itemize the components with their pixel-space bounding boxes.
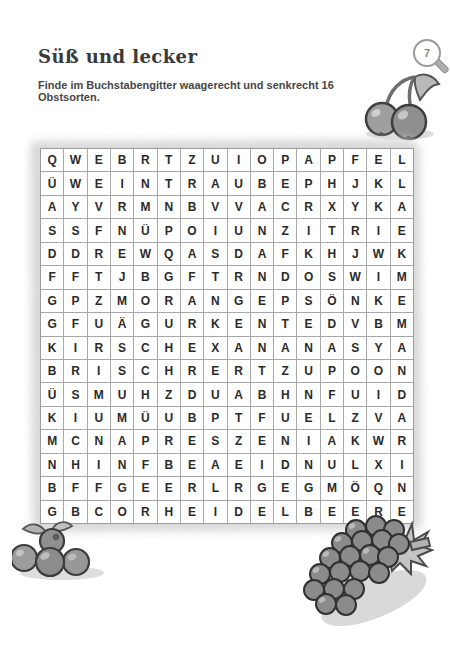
grid-cell-r11c12[interactable]: N (297, 383, 319, 405)
puzzle-instruction: Finde im Buchstabengitter waagerecht und… (38, 79, 368, 103)
grid-cell-r3c10[interactable]: A (251, 196, 273, 218)
grid-cell-r2c16[interactable]: L (391, 172, 413, 194)
cherries-illustration (356, 68, 446, 146)
grid-cell-r14c7[interactable]: E (181, 454, 203, 476)
grid-cell-r1c6[interactable]: T (158, 149, 180, 171)
grid-cell-r1c14[interactable]: F (344, 149, 366, 171)
grid-cell-r16c7[interactable]: E (181, 501, 203, 523)
grid-cell-r11c7[interactable]: D (181, 383, 203, 405)
grid-cell-r12c9[interactable]: T (228, 407, 250, 429)
grid-cell-r11c16[interactable]: D (391, 383, 413, 405)
grid-cell-r5c16[interactable]: K (391, 243, 413, 265)
grid-cell-r15c8[interactable]: L (204, 477, 226, 499)
grid-cell-r12c16[interactable]: A (391, 407, 413, 429)
grid-cell-r14c11[interactable]: D (274, 454, 296, 476)
grid-cell-r15c12[interactable]: G (297, 477, 319, 499)
grid-cell-r10c9[interactable]: R (228, 360, 250, 382)
grid-cell-r1c11[interactable]: P (274, 149, 296, 171)
grid-cell-r8c13[interactable]: D (321, 313, 343, 335)
grid-cell-r15c11[interactable]: E (274, 477, 296, 499)
grid-cell-r7c1[interactable]: G (41, 290, 63, 312)
grid-cell-r8c8[interactable]: K (204, 313, 226, 335)
grid-cell-r2c2[interactable]: W (64, 172, 86, 194)
grid-cell-r9c8[interactable]: X (204, 337, 226, 359)
grid-cell-r5c10[interactable]: A (251, 243, 273, 265)
grid-cell-r2c1[interactable]: Ü (41, 172, 63, 194)
grid-cell-r12c14[interactable]: Z (344, 407, 366, 429)
grid-cell-r1c5[interactable]: R (134, 149, 156, 171)
grid-cell-r15c13[interactable]: M (321, 477, 343, 499)
magnifier-icon: 7 (413, 39, 441, 67)
grid-cell-r15c16[interactable]: N (391, 477, 413, 499)
grid-cell-r3c4[interactable]: R (111, 196, 133, 218)
grid-cell-r9c9[interactable]: A (228, 337, 250, 359)
grid-cell-r11c10[interactable]: B (251, 383, 273, 405)
grid-cell-r9c15[interactable]: Y (367, 337, 389, 359)
grid-cell-r10c6[interactable]: H (158, 360, 180, 382)
grid-cell-r3c5[interactable]: M (134, 196, 156, 218)
grid-cell-r1c7[interactable]: Z (181, 149, 203, 171)
grid-cell-r10c4[interactable]: S (111, 360, 133, 382)
grid-cell-r2c5[interactable]: N (134, 172, 156, 194)
grid-cell-r9c2[interactable]: I (64, 337, 86, 359)
grid-cell-r5c6[interactable]: Q (158, 243, 180, 265)
grid-cell-r12c8[interactable]: P (204, 407, 226, 429)
grid-cell-r14c2[interactable]: H (64, 454, 86, 476)
grid-cell-r10c12[interactable]: U (297, 360, 319, 382)
grid-cell-r6c1[interactable]: F (41, 266, 63, 288)
grid-cell-r14c8[interactable]: A (204, 454, 226, 476)
grid-cell-r12c11[interactable]: U (274, 407, 296, 429)
grid-cell-r3c12[interactable]: R (297, 196, 319, 218)
grid-cell-r12c4[interactable]: M (111, 407, 133, 429)
grid-cell-r16c10[interactable]: E (251, 501, 273, 523)
grid-cell-r11c1[interactable]: Ü (41, 383, 63, 405)
grid-cell-r15c7[interactable]: R (181, 477, 203, 499)
grid-cell-r15c9[interactable]: R (228, 477, 250, 499)
grid-cell-r8c11[interactable]: T (274, 313, 296, 335)
grid-cell-r4c6[interactable]: P (158, 219, 180, 241)
grid-cell-r3c6[interactable]: N (158, 196, 180, 218)
grid-cell-r11c11[interactable]: H (274, 383, 296, 405)
grid-cell-r2c4[interactable]: I (111, 172, 133, 194)
grid-cell-r4c11[interactable]: Z (274, 219, 296, 241)
grid-cell-r7c3[interactable]: Z (88, 290, 110, 312)
grid-cell-r1c13[interactable]: P (321, 149, 343, 171)
grid-cell-r11c13[interactable]: F (321, 383, 343, 405)
grid-cell-r3c1[interactable]: A (41, 196, 63, 218)
grid-cell-r6c12[interactable]: O (297, 266, 319, 288)
grid-cell-r8c10[interactable]: N (251, 313, 273, 335)
grid-cell-r1c2[interactable]: W (64, 149, 86, 171)
grid-cell-r5c13[interactable]: H (321, 243, 343, 265)
grid-cell-r3c8[interactable]: V (204, 196, 226, 218)
grid-cell-r7c4[interactable]: M (111, 290, 133, 312)
grid-cell-r11c4[interactable]: U (111, 383, 133, 405)
grid-cell-r15c4[interactable]: G (111, 477, 133, 499)
grid-cell-r2c7[interactable]: R (181, 172, 203, 194)
grid-cell-r13c6[interactable]: R (158, 430, 180, 452)
grid-cell-r2c13[interactable]: H (321, 172, 343, 194)
grid-cell-r9c13[interactable]: A (321, 337, 343, 359)
grid-cell-r8c16[interactable]: M (391, 313, 413, 335)
grid-cell-r8c6[interactable]: U (158, 313, 180, 335)
grid-cell-r7c5[interactable]: O (134, 290, 156, 312)
grid-cell-r14c6[interactable]: B (158, 454, 180, 476)
grid-cell-r12c3[interactable]: U (88, 407, 110, 429)
grid-cell-r2c15[interactable]: K (367, 172, 389, 194)
grid-cell-r9c4[interactable]: S (111, 337, 133, 359)
grid-cell-r13c12[interactable]: I (297, 430, 319, 452)
grid-cell-r7c9[interactable]: G (228, 290, 250, 312)
grid-cell-r9c12[interactable]: N (297, 337, 319, 359)
grid-cell-r14c14[interactable]: L (344, 454, 366, 476)
grid-cell-r16c5[interactable]: R (134, 501, 156, 523)
grid-cell-r13c1[interactable]: M (41, 430, 63, 452)
grid-cell-r13c5[interactable]: P (134, 430, 156, 452)
grid-cell-r6c14[interactable]: W (344, 266, 366, 288)
grid-cell-r6c10[interactable]: N (251, 266, 273, 288)
grid-cell-r9c3[interactable]: R (88, 337, 110, 359)
grid-cell-r13c8[interactable]: S (204, 430, 226, 452)
grid-cell-r14c10[interactable]: I (251, 454, 273, 476)
grid-cell-r7c15[interactable]: K (367, 290, 389, 312)
grid-cell-r6c2[interactable]: F (64, 266, 86, 288)
grid-cell-r13c11[interactable]: N (274, 430, 296, 452)
grid-cell-r8c4[interactable]: Ä (111, 313, 133, 335)
grid-cell-r3c2[interactable]: Y (64, 196, 86, 218)
grid-cell-r5c15[interactable]: W (367, 243, 389, 265)
grid-cell-r10c2[interactable]: R (64, 360, 86, 382)
grid-cell-r1c10[interactable]: O (251, 149, 273, 171)
grid-cell-r7c6[interactable]: R (158, 290, 180, 312)
grid-cell-r9c6[interactable]: H (158, 337, 180, 359)
grid-cell-r5c11[interactable]: F (274, 243, 296, 265)
grid-cell-r5c14[interactable]: J (344, 243, 366, 265)
grid-cell-r13c14[interactable]: K (344, 430, 366, 452)
grid-cell-r10c13[interactable]: P (321, 360, 343, 382)
grid-cell-r3c16[interactable]: A (391, 196, 413, 218)
grid-cell-r13c16[interactable]: R (391, 430, 413, 452)
grid-cell-r4c8[interactable]: I (204, 219, 226, 241)
grid-cell-r5c9[interactable]: D (228, 243, 250, 265)
grid-cell-r10c5[interactable]: C (134, 360, 156, 382)
grid-cell-r13c2[interactable]: C (64, 430, 86, 452)
grid-cell-r6c15[interactable]: I (367, 266, 389, 288)
grid-cell-r1c9[interactable]: I (228, 149, 250, 171)
grid-cell-r11c14[interactable]: U (344, 383, 366, 405)
grid-cell-r1c1[interactable]: Q (41, 149, 63, 171)
grid-cell-r3c3[interactable]: V (88, 196, 110, 218)
grid-cell-r14c3[interactable]: I (88, 454, 110, 476)
grid-cell-r7c2[interactable]: P (64, 290, 86, 312)
grid-cell-r5c5[interactable]: W (134, 243, 156, 265)
grid-cell-r13c3[interactable]: N (88, 430, 110, 452)
grid-cell-r3c11[interactable]: C (274, 196, 296, 218)
grid-cell-r12c12[interactable]: E (297, 407, 319, 429)
grid-cell-r7c10[interactable]: E (251, 290, 273, 312)
blueberries-illustration (12, 518, 108, 586)
grid-cell-r2c14[interactable]: J (344, 172, 366, 194)
grid-cell-r6c5[interactable]: B (134, 266, 156, 288)
grid-cell-r5c8[interactable]: S (204, 243, 226, 265)
word-search-grid[interactable]: QWEBRTZUIOPAPFELÜWEINTRAUBEPHJKLAYVRMNBV… (40, 148, 414, 524)
grid-cell-r5c2[interactable]: D (64, 243, 86, 265)
grid-cell-r11c3[interactable]: M (88, 383, 110, 405)
grid-cell-r12c2[interactable]: I (64, 407, 86, 429)
grid-cell-r11c6[interactable]: Z (158, 383, 180, 405)
grid-cell-r2c11[interactable]: E (274, 172, 296, 194)
grid-cell-r1c8[interactable]: U (204, 149, 226, 171)
puzzle-page: Süß und lecker Finde im Buchstabengitter… (0, 0, 450, 650)
grid-cell-r14c13[interactable]: U (321, 454, 343, 476)
grid-cell-r15c10[interactable]: G (251, 477, 273, 499)
grid-cell-r1c16[interactable]: L (391, 149, 413, 171)
grid-cell-r1c4[interactable]: B (111, 149, 133, 171)
grid-cell-r4c5[interactable]: Ü (134, 219, 156, 241)
grid-cell-r1c12[interactable]: A (297, 149, 319, 171)
page-title: Süß und lecker (38, 46, 197, 67)
grid-cell-r4c9[interactable]: U (228, 219, 250, 241)
grid-cell-r4c4[interactable]: N (111, 219, 133, 241)
grid-cell-r6c8[interactable]: T (204, 266, 226, 288)
grid-cell-r7c14[interactable]: N (344, 290, 366, 312)
grid-cell-r14c5[interactable]: F (134, 454, 156, 476)
grid-cell-r14c15[interactable]: X (367, 454, 389, 476)
grid-cell-r4c13[interactable]: T (321, 219, 343, 241)
grid-cell-r7c11[interactable]: P (274, 290, 296, 312)
grid-cell-r2c12[interactable]: P (297, 172, 319, 194)
grid-cell-r10c16[interactable]: N (391, 360, 413, 382)
grid-cell-r13c10[interactable]: E (251, 430, 273, 452)
grid-cell-r10c14[interactable]: O (344, 360, 366, 382)
grid-cell-r8c15[interactable]: B (367, 313, 389, 335)
grid-cell-r1c3[interactable]: E (88, 149, 110, 171)
grid-cell-r7c7[interactable]: A (181, 290, 203, 312)
grid-cell-r4c7[interactable]: O (181, 219, 203, 241)
grid-cell-r2c10[interactable]: B (251, 172, 273, 194)
grid-cell-r3c13[interactable]: X (321, 196, 343, 218)
grid-cell-r10c15[interactable]: O (367, 360, 389, 382)
grid-cell-r3c14[interactable]: Y (344, 196, 366, 218)
grid-cell-r12c1[interactable]: K (41, 407, 63, 429)
grid-cell-r4c12[interactable]: I (297, 219, 319, 241)
page-number: 7 (424, 47, 430, 59)
grid-cell-r13c15[interactable]: W (367, 430, 389, 452)
grid-cell-r9c1[interactable]: K (41, 337, 63, 359)
grid-cell-r10c10[interactable]: T (251, 360, 273, 382)
grid-cell-r7c16[interactable]: E (391, 290, 413, 312)
grid-cell-r5c1[interactable]: D (41, 243, 63, 265)
grid-cell-r6c3[interactable]: T (88, 266, 110, 288)
grid-cell-r5c12[interactable]: K (297, 243, 319, 265)
grid-cell-r15c5[interactable]: E (134, 477, 156, 499)
grid-cell-r13c13[interactable]: A (321, 430, 343, 452)
grid-cell-r13c4[interactable]: A (111, 430, 133, 452)
grid-cell-r11c9[interactable]: A (228, 383, 250, 405)
grid-cell-r15c6[interactable]: E (158, 477, 180, 499)
grid-cell-r11c2[interactable]: S (64, 383, 86, 405)
grid-cell-r9c16[interactable]: A (391, 337, 413, 359)
grid-cell-r6c9[interactable]: R (228, 266, 250, 288)
grid-cell-r16c8[interactable]: I (204, 501, 226, 523)
grid-cell-r8c5[interactable]: G (134, 313, 156, 335)
grid-cell-r15c3[interactable]: F (88, 477, 110, 499)
grid-cell-r8c2[interactable]: F (64, 313, 86, 335)
grid-cell-r7c8[interactable]: N (204, 290, 226, 312)
grid-cell-r2c9[interactable]: U (228, 172, 250, 194)
grid-cell-r16c6[interactable]: H (158, 501, 180, 523)
grid-cell-r6c11[interactable]: D (274, 266, 296, 288)
grid-cell-r5c4[interactable]: E (111, 243, 133, 265)
grapes-illustration (292, 512, 436, 634)
grid-cell-r8c7[interactable]: R (181, 313, 203, 335)
grid-cell-r14c16[interactable]: I (391, 454, 413, 476)
grid-cell-r10c3[interactable]: I (88, 360, 110, 382)
grid-cell-r16c4[interactable]: O (111, 501, 133, 523)
grid-cell-r15c14[interactable]: Ö (344, 477, 366, 499)
grid-cell-r7c12[interactable]: S (297, 290, 319, 312)
grid-cell-r4c10[interactable]: N (251, 219, 273, 241)
grid-cell-r3c15[interactable]: K (367, 196, 389, 218)
grid-cell-r15c1[interactable]: B (41, 477, 63, 499)
grid-cell-r12c15[interactable]: V (367, 407, 389, 429)
grid-cell-r4c14[interactable]: R (344, 219, 366, 241)
grid-cell-r1c15[interactable]: E (367, 149, 389, 171)
grid-cell-r5c3[interactable]: R (88, 243, 110, 265)
grid-cell-r9c14[interactable]: S (344, 337, 366, 359)
grid-cell-r6c6[interactable]: G (158, 266, 180, 288)
grid-cell-r7c13[interactable]: Ö (321, 290, 343, 312)
grid-cell-r14c4[interactable]: N (111, 454, 133, 476)
grid-cell-r12c7[interactable]: B (181, 407, 203, 429)
grid-cell-r9c7[interactable]: E (181, 337, 203, 359)
grid-cell-r8c14[interactable]: V (344, 313, 366, 335)
grid-cell-r12c10[interactable]: F (251, 407, 273, 429)
grid-cell-r6c16[interactable]: M (391, 266, 413, 288)
grid-cell-r10c11[interactable]: Z (274, 360, 296, 382)
grid-cell-r15c15[interactable]: Q (367, 477, 389, 499)
grid-cell-r5c7[interactable]: A (181, 243, 203, 265)
grid-cell-r13c7[interactable]: E (181, 430, 203, 452)
grid-cell-r12c5[interactable]: Ü (134, 407, 156, 429)
grid-cell-r13c9[interactable]: Z (228, 430, 250, 452)
grid-cell-r6c13[interactable]: S (321, 266, 343, 288)
grid-cell-r4c15[interactable]: I (367, 219, 389, 241)
grid-cell-r9c10[interactable]: N (251, 337, 273, 359)
grid-cell-r16c9[interactable]: D (228, 501, 250, 523)
grid-cell-r14c12[interactable]: N (297, 454, 319, 476)
grid-cell-r11c15[interactable]: I (367, 383, 389, 405)
grid-cell-r12c6[interactable]: U (158, 407, 180, 429)
grid-cell-r6c4[interactable]: J (111, 266, 133, 288)
grid-cell-r15c2[interactable]: F (64, 477, 86, 499)
grid-area: QWEBRTZUIOPAPFELÜWEINTRAUBEPHJKLAYVRMNBV… (40, 148, 412, 522)
grid-cell-r12c13[interactable]: L (321, 407, 343, 429)
grid-cell-r11c5[interactable]: H (134, 383, 156, 405)
grid-cell-r4c2[interactable]: S (64, 219, 86, 241)
grid-cell-r6c7[interactable]: F (181, 266, 203, 288)
grid-cell-r3c7[interactable]: B (181, 196, 203, 218)
grid-cell-r10c8[interactable]: E (204, 360, 226, 382)
grid-cell-r10c7[interactable]: R (181, 360, 203, 382)
grid-cell-r4c16[interactable]: E (391, 219, 413, 241)
grid-cell-r9c11[interactable]: A (274, 337, 296, 359)
grid-cell-r9c5[interactable]: C (134, 337, 156, 359)
grid-cell-r3c9[interactable]: V (228, 196, 250, 218)
grid-cell-r4c1[interactable]: S (41, 219, 63, 241)
grid-cell-r8c3[interactable]: U (88, 313, 110, 335)
grid-cell-r14c1[interactable]: N (41, 454, 63, 476)
grid-cell-r14c9[interactable]: E (228, 454, 250, 476)
grid-cell-r8c1[interactable]: G (41, 313, 63, 335)
grid-cell-r11c8[interactable]: U (204, 383, 226, 405)
grid-cell-r8c12[interactable]: E (297, 313, 319, 335)
grid-cell-r2c3[interactable]: E (88, 172, 110, 194)
grid-cell-r4c3[interactable]: F (88, 219, 110, 241)
grid-cell-r8c9[interactable]: E (228, 313, 250, 335)
grid-cell-r2c8[interactable]: A (204, 172, 226, 194)
grid-cell-r2c6[interactable]: T (158, 172, 180, 194)
grid-cell-r10c1[interactable]: B (41, 360, 63, 382)
